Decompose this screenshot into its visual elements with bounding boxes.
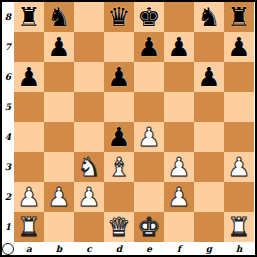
piece-white-pawn[interactable]: ♟ [77, 184, 100, 210]
square-e1[interactable]: ♚ [134, 212, 164, 242]
square-g1[interactable] [194, 212, 224, 242]
square-d3[interactable]: ♝ [104, 152, 134, 182]
square-b2[interactable]: ♟ [44, 182, 74, 212]
piece-black-knight[interactable]: ♞ [197, 4, 220, 30]
square-e6[interactable] [134, 62, 164, 92]
square-b5[interactable] [44, 92, 74, 122]
piece-white-knight[interactable]: ♞ [77, 154, 100, 180]
piece-black-pawn[interactable]: ♟ [47, 34, 70, 60]
rank-label-7: 7 [2, 32, 14, 62]
square-b3[interactable] [44, 152, 74, 182]
rank-label-3: 3 [2, 152, 14, 182]
rank-label-4: 4 [2, 122, 14, 152]
square-c5[interactable] [74, 92, 104, 122]
square-h5[interactable] [224, 92, 254, 122]
square-g7[interactable] [194, 32, 224, 62]
square-d6[interactable]: ♟ [104, 62, 134, 92]
square-a3[interactable] [14, 152, 44, 182]
square-e4[interactable]: ♟ [134, 122, 164, 152]
square-d8[interactable]: ♛ [104, 2, 134, 32]
piece-black-pawn[interactable]: ♟ [17, 64, 40, 90]
file-label-f: f [164, 242, 194, 255]
square-h7[interactable]: ♟ [224, 32, 254, 62]
file-label-a: a [14, 242, 44, 255]
piece-white-bishop[interactable]: ♝ [107, 154, 130, 180]
square-f3[interactable]: ♟ [164, 152, 194, 182]
piece-black-pawn[interactable]: ♟ [137, 34, 160, 60]
square-c8[interactable] [74, 2, 104, 32]
rank-label-5: 5 [2, 92, 14, 122]
square-g8[interactable]: ♞ [194, 2, 224, 32]
file-label-c: c [74, 242, 104, 255]
piece-white-king[interactable]: ♚ [137, 214, 160, 240]
square-a8[interactable]: ♜ [14, 2, 44, 32]
piece-black-pawn[interactable]: ♟ [197, 64, 220, 90]
square-f8[interactable] [164, 2, 194, 32]
piece-black-pawn[interactable]: ♟ [227, 34, 250, 60]
square-c4[interactable] [74, 122, 104, 152]
square-h6[interactable] [224, 62, 254, 92]
square-h1[interactable]: ♜ [224, 212, 254, 242]
square-h8[interactable]: ♜ [224, 2, 254, 32]
piece-white-rook[interactable]: ♜ [227, 214, 250, 240]
square-f7[interactable]: ♟ [164, 32, 194, 62]
square-g5[interactable] [194, 92, 224, 122]
rank-labels: 87654321 [2, 2, 14, 242]
square-a5[interactable] [14, 92, 44, 122]
file-label-g: g [194, 242, 224, 255]
piece-black-pawn[interactable]: ♟ [107, 124, 130, 150]
file-label-d: d [104, 242, 134, 255]
rank-label-6: 6 [2, 62, 14, 92]
board: ♜♞♛♚♞♜♟♟♟♟♟♟♟♟♟♞♝♟♟♟♟♟♟♜♛♚♜ [14, 2, 254, 242]
chess-diagram: 87654321 ♜♞♛♚♞♜♟♟♟♟♟♟♟♟♟♞♝♟♟♟♟♟♟♜♛♚♜ abc… [0, 0, 257, 257]
square-a6[interactable]: ♟ [14, 62, 44, 92]
square-a4[interactable] [14, 122, 44, 152]
piece-white-pawn[interactable]: ♟ [137, 124, 160, 150]
piece-white-rook[interactable]: ♜ [17, 214, 40, 240]
square-h2[interactable] [224, 182, 254, 212]
file-label-e: e [134, 242, 164, 255]
piece-white-pawn[interactable]: ♟ [167, 154, 190, 180]
file-label-b: b [44, 242, 74, 255]
square-c3[interactable]: ♞ [74, 152, 104, 182]
square-g3[interactable] [194, 152, 224, 182]
square-a7[interactable] [14, 32, 44, 62]
piece-black-pawn[interactable]: ♟ [167, 34, 190, 60]
square-b8[interactable]: ♞ [44, 2, 74, 32]
square-c2[interactable]: ♟ [74, 182, 104, 212]
square-f5[interactable] [164, 92, 194, 122]
white-to-move-indicator [2, 243, 14, 255]
piece-black-rook[interactable]: ♜ [17, 4, 40, 30]
piece-white-pawn[interactable]: ♟ [17, 184, 40, 210]
square-b7[interactable]: ♟ [44, 32, 74, 62]
square-d4[interactable]: ♟ [104, 122, 134, 152]
piece-black-king[interactable]: ♚ [137, 4, 160, 30]
square-f1[interactable] [164, 212, 194, 242]
square-g6[interactable]: ♟ [194, 62, 224, 92]
piece-white-pawn[interactable]: ♟ [227, 154, 250, 180]
rank-label-2: 2 [2, 182, 14, 212]
square-d2[interactable] [104, 182, 134, 212]
square-b4[interactable] [44, 122, 74, 152]
square-e5[interactable] [134, 92, 164, 122]
file-label-h: h [224, 242, 254, 255]
square-c6[interactable] [74, 62, 104, 92]
square-e3[interactable] [134, 152, 164, 182]
square-e2[interactable] [134, 182, 164, 212]
square-d5[interactable] [104, 92, 134, 122]
square-c7[interactable] [74, 32, 104, 62]
square-g4[interactable] [194, 122, 224, 152]
square-d7[interactable] [104, 32, 134, 62]
piece-black-queen[interactable]: ♛ [107, 4, 130, 30]
square-f6[interactable] [164, 62, 194, 92]
piece-black-knight[interactable]: ♞ [47, 4, 70, 30]
square-d1[interactable]: ♛ [104, 212, 134, 242]
square-a2[interactable]: ♟ [14, 182, 44, 212]
square-f2[interactable]: ♟ [164, 182, 194, 212]
piece-white-pawn[interactable]: ♟ [47, 184, 70, 210]
piece-white-queen[interactable]: ♛ [107, 214, 130, 240]
rank-label-8: 8 [2, 2, 14, 32]
square-h4[interactable] [224, 122, 254, 152]
square-e7[interactable]: ♟ [134, 32, 164, 62]
rank-label-1: 1 [2, 212, 14, 242]
square-h3[interactable]: ♟ [224, 152, 254, 182]
square-b1[interactable] [44, 212, 74, 242]
square-g2[interactable] [194, 182, 224, 212]
piece-black-pawn[interactable]: ♟ [107, 64, 130, 90]
square-f4[interactable] [164, 122, 194, 152]
square-b6[interactable] [44, 62, 74, 92]
square-c1[interactable] [74, 212, 104, 242]
piece-white-pawn[interactable]: ♟ [167, 184, 190, 210]
square-e8[interactable]: ♚ [134, 2, 164, 32]
file-labels: abcdefgh [14, 242, 254, 255]
piece-black-rook[interactable]: ♜ [227, 4, 250, 30]
square-a1[interactable]: ♜ [14, 212, 44, 242]
